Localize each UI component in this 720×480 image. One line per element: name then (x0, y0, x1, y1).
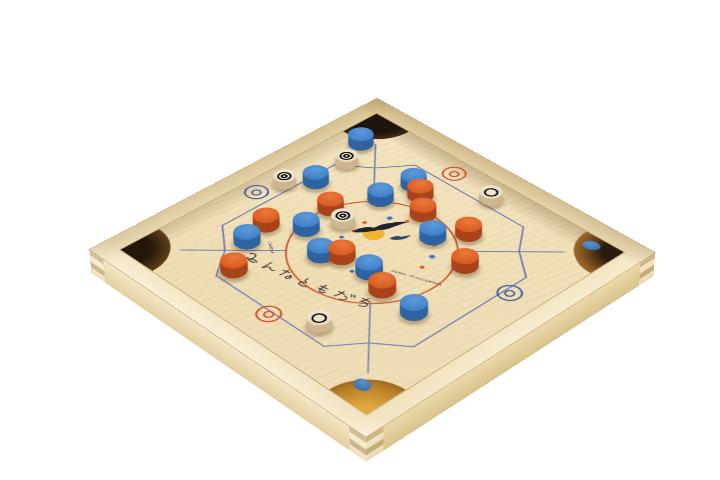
striker-ring-red (481, 186, 502, 198)
photo-stage: CAROM IWAKI, FUKUSHIMA (0, 0, 720, 480)
striker-ring-red (308, 311, 330, 325)
